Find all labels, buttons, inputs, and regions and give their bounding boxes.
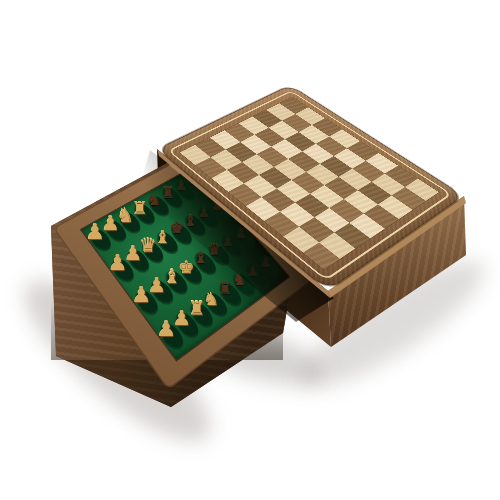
product-photo-travel-chess-set: ♟♟♟♟♟♟♟♟♜♝♛♞♞♚♝♜♜♝♚♞♞♛♝♜♟♟♟♟♟♟♟♟ [0,0,500,500]
